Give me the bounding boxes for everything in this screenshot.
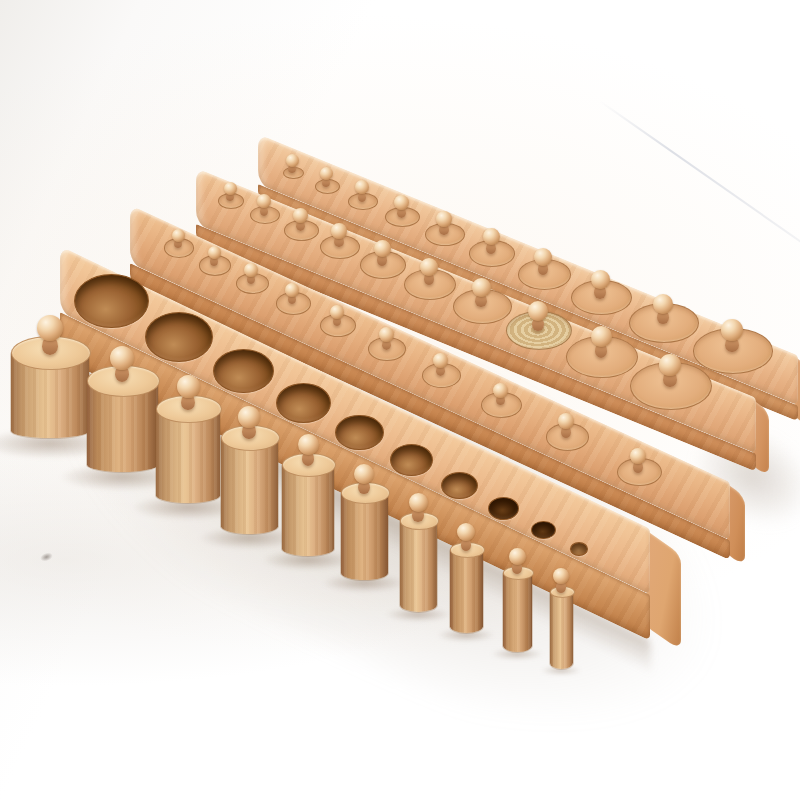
product-photo-stage xyxy=(0,0,800,800)
cylinder-knob[interactable] xyxy=(553,568,569,584)
removed-cylinder-10[interactable] xyxy=(0,0,800,800)
cylinder-body xyxy=(550,591,573,669)
cylinder-blocks-scene xyxy=(0,0,800,800)
